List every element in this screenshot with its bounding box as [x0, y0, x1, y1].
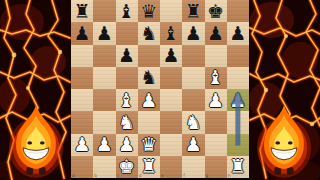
square-g1[interactable]: g	[205, 156, 227, 178]
square-b6[interactable]	[93, 45, 115, 67]
piece-black-king[interactable]: ♚	[205, 0, 227, 22]
piece-white-pawn[interactable]: ♟	[93, 134, 115, 156]
square-d7[interactable]: ♞	[138, 22, 160, 44]
file-label-d: d	[139, 174, 142, 179]
grinning-flame-icon	[7, 103, 65, 179]
square-c1[interactable]: ♚c	[116, 156, 138, 178]
piece-white-pawn[interactable]: ♟	[227, 89, 249, 111]
square-b7[interactable]: ♟	[93, 22, 115, 44]
piece-black-queen[interactable]: ♛	[138, 0, 160, 22]
file-label-f: f	[183, 174, 185, 179]
square-c7[interactable]	[116, 22, 138, 44]
square-h2[interactable]	[227, 134, 249, 156]
square-g2[interactable]	[205, 134, 227, 156]
square-e6[interactable]: ♟	[160, 45, 182, 67]
file-label-g: g	[206, 174, 209, 179]
square-b8[interactable]	[93, 0, 115, 22]
piece-white-pawn[interactable]: ♟	[138, 89, 160, 111]
square-d1[interactable]: ♜d	[138, 156, 160, 178]
square-a7[interactable]: ♟	[71, 22, 93, 44]
piece-black-pawn[interactable]: ♟	[93, 22, 115, 44]
piece-black-pawn[interactable]: ♟	[227, 22, 249, 44]
square-h4[interactable]: ♟	[227, 89, 249, 111]
square-g4[interactable]: ♟	[205, 89, 227, 111]
square-d6[interactable]	[138, 45, 160, 67]
video-frame: ♜♝♛♜♚♟♟♞♝♟♟♟♟♟♞♝♝♟♟♟♞♞♟♟♟♛♟ab♚c♜defg♜h	[0, 0, 320, 180]
piece-black-pawn[interactable]: ♟	[71, 22, 93, 44]
square-b5[interactable]	[93, 67, 115, 89]
square-e5[interactable]	[160, 67, 182, 89]
file-label-a: a	[72, 174, 75, 179]
piece-black-bishop[interactable]: ♝	[160, 22, 182, 44]
square-a6[interactable]	[71, 45, 93, 67]
square-f8[interactable]: ♜	[182, 0, 204, 22]
piece-white-bishop[interactable]: ♝	[116, 89, 138, 111]
piece-white-bishop[interactable]: ♝	[205, 67, 227, 89]
square-d5[interactable]: ♞	[138, 67, 160, 89]
square-c5[interactable]	[116, 67, 138, 89]
grinning-flame-icon	[255, 103, 313, 179]
square-a5[interactable]	[71, 67, 93, 89]
square-g5[interactable]: ♝	[205, 67, 227, 89]
square-g7[interactable]: ♟	[205, 22, 227, 44]
square-h6[interactable]	[227, 45, 249, 67]
square-c2[interactable]: ♟	[116, 134, 138, 156]
piece-black-pawn[interactable]: ♟	[205, 22, 227, 44]
square-h3[interactable]	[227, 111, 249, 133]
square-f4[interactable]	[182, 89, 204, 111]
square-b4[interactable]	[93, 89, 115, 111]
square-e1[interactable]: e	[160, 156, 182, 178]
square-e8[interactable]	[160, 0, 182, 22]
square-a8[interactable]: ♜	[71, 0, 93, 22]
piece-black-knight[interactable]: ♞	[138, 67, 160, 89]
file-label-h: h	[228, 174, 231, 179]
chess-board[interactable]: ♜♝♛♜♚♟♟♞♝♟♟♟♟♟♞♝♝♟♟♟♞♞♟♟♟♛♟ab♚c♜defg♜h	[71, 0, 249, 178]
square-g8[interactable]: ♚	[205, 0, 227, 22]
piece-white-knight[interactable]: ♞	[182, 111, 204, 133]
square-a3[interactable]	[71, 111, 93, 133]
piece-black-rook[interactable]: ♜	[71, 0, 93, 22]
file-label-e: e	[161, 174, 164, 179]
square-b2[interactable]: ♟	[93, 134, 115, 156]
piece-black-pawn[interactable]: ♟	[160, 45, 182, 67]
square-e2[interactable]	[160, 134, 182, 156]
square-g3[interactable]	[205, 111, 227, 133]
square-e7[interactable]: ♝	[160, 22, 182, 44]
square-h8[interactable]	[227, 0, 249, 22]
piece-white-knight[interactable]: ♞	[116, 111, 138, 133]
square-c8[interactable]: ♝	[116, 0, 138, 22]
piece-black-knight[interactable]: ♞	[138, 22, 160, 44]
piece-black-pawn[interactable]: ♟	[116, 45, 138, 67]
square-c4[interactable]: ♝	[116, 89, 138, 111]
flame-mascot-left	[7, 103, 65, 179]
square-d4[interactable]: ♟	[138, 89, 160, 111]
square-g6[interactable]	[205, 45, 227, 67]
square-e3[interactable]	[160, 111, 182, 133]
square-b1[interactable]: b	[93, 156, 115, 178]
square-d2[interactable]: ♛	[138, 134, 160, 156]
piece-white-pawn[interactable]: ♟	[71, 134, 93, 156]
square-h5[interactable]	[227, 67, 249, 89]
piece-black-pawn[interactable]: ♟	[182, 22, 204, 44]
square-e4[interactable]	[160, 89, 182, 111]
square-f2[interactable]: ♟	[182, 134, 204, 156]
square-c6[interactable]: ♟	[116, 45, 138, 67]
square-f1[interactable]: f	[182, 156, 204, 178]
square-f3[interactable]: ♞	[182, 111, 204, 133]
square-c3[interactable]: ♞	[116, 111, 138, 133]
piece-black-rook[interactable]: ♜	[182, 0, 204, 22]
flame-mascot-right	[255, 103, 313, 179]
file-label-c: c	[117, 174, 119, 179]
piece-white-pawn[interactable]: ♟	[116, 134, 138, 156]
piece-white-pawn[interactable]: ♟	[205, 89, 227, 111]
square-h1[interactable]: ♜h	[227, 156, 249, 178]
square-d3[interactable]	[138, 111, 160, 133]
piece-white-queen[interactable]: ♛	[138, 134, 160, 156]
piece-white-pawn[interactable]: ♟	[182, 134, 204, 156]
square-f6[interactable]	[182, 45, 204, 67]
square-h7[interactable]: ♟	[227, 22, 249, 44]
file-label-b: b	[94, 174, 97, 179]
square-a1[interactable]: a	[71, 156, 93, 178]
square-a2[interactable]: ♟	[71, 134, 93, 156]
piece-black-bishop[interactable]: ♝	[116, 0, 138, 22]
square-b3[interactable]	[93, 111, 115, 133]
square-f5[interactable]	[182, 67, 204, 89]
square-d8[interactable]: ♛	[138, 0, 160, 22]
square-a4[interactable]	[71, 89, 93, 111]
square-f7[interactable]: ♟	[182, 22, 204, 44]
